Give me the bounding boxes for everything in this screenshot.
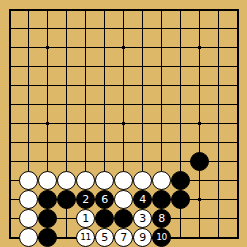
move-number-label: 5	[101, 232, 108, 243]
stone-white-move-9: 9	[133, 228, 152, 247]
move-number-label: 4	[139, 194, 146, 205]
move-number-label: 3	[139, 213, 146, 224]
grid-line-horizontal	[10, 142, 238, 143]
grid-line-vertical	[218, 10, 219, 238]
stone-white-move-5: 5	[95, 228, 114, 247]
stone-black	[114, 209, 133, 228]
stone-black	[171, 190, 190, 209]
stone-black-move-4: 4	[133, 190, 152, 209]
star-point	[46, 122, 49, 125]
star-point	[122, 46, 125, 49]
stone-white	[19, 209, 38, 228]
move-number-label: 11	[80, 233, 90, 242]
stone-white	[19, 190, 38, 209]
star-point	[122, 122, 125, 125]
stone-black	[57, 190, 76, 209]
stone-black	[38, 190, 57, 209]
stone-white-move-3: 3	[133, 209, 152, 228]
stone-black	[190, 152, 209, 171]
go-board[interactable]: 2641381157910	[0, 0, 247, 247]
star-point	[46, 46, 49, 49]
stone-white	[38, 171, 57, 190]
stone-black	[95, 209, 114, 228]
stone-white	[19, 228, 38, 247]
star-point	[198, 122, 201, 125]
stone-white	[76, 171, 95, 190]
stone-black	[171, 171, 190, 190]
stone-white	[95, 171, 114, 190]
stone-black	[38, 209, 57, 228]
stone-white-move-1: 1	[76, 209, 95, 228]
stone-black-move-2: 2	[76, 190, 95, 209]
stone-black-move-10: 10	[152, 228, 171, 247]
stone-black-move-8: 8	[152, 209, 171, 228]
stone-white	[114, 190, 133, 209]
stone-white-move-11: 11	[76, 228, 95, 247]
stone-black	[38, 228, 57, 247]
stone-black-move-6: 6	[95, 190, 114, 209]
stone-white-move-7: 7	[114, 228, 133, 247]
stone-white	[152, 171, 171, 190]
stone-black	[152, 190, 171, 209]
move-number-label: 1	[82, 213, 89, 224]
stone-white	[133, 171, 152, 190]
move-number-label: 7	[120, 232, 127, 243]
move-number-label: 10	[156, 233, 166, 242]
stone-white	[57, 171, 76, 190]
star-point	[198, 198, 201, 201]
move-number-label: 9	[139, 232, 146, 243]
move-number-label: 6	[101, 194, 108, 205]
move-number-label: 2	[82, 194, 89, 205]
star-point	[198, 46, 201, 49]
move-number-label: 8	[158, 213, 165, 224]
stone-white	[114, 171, 133, 190]
stone-white	[19, 171, 38, 190]
